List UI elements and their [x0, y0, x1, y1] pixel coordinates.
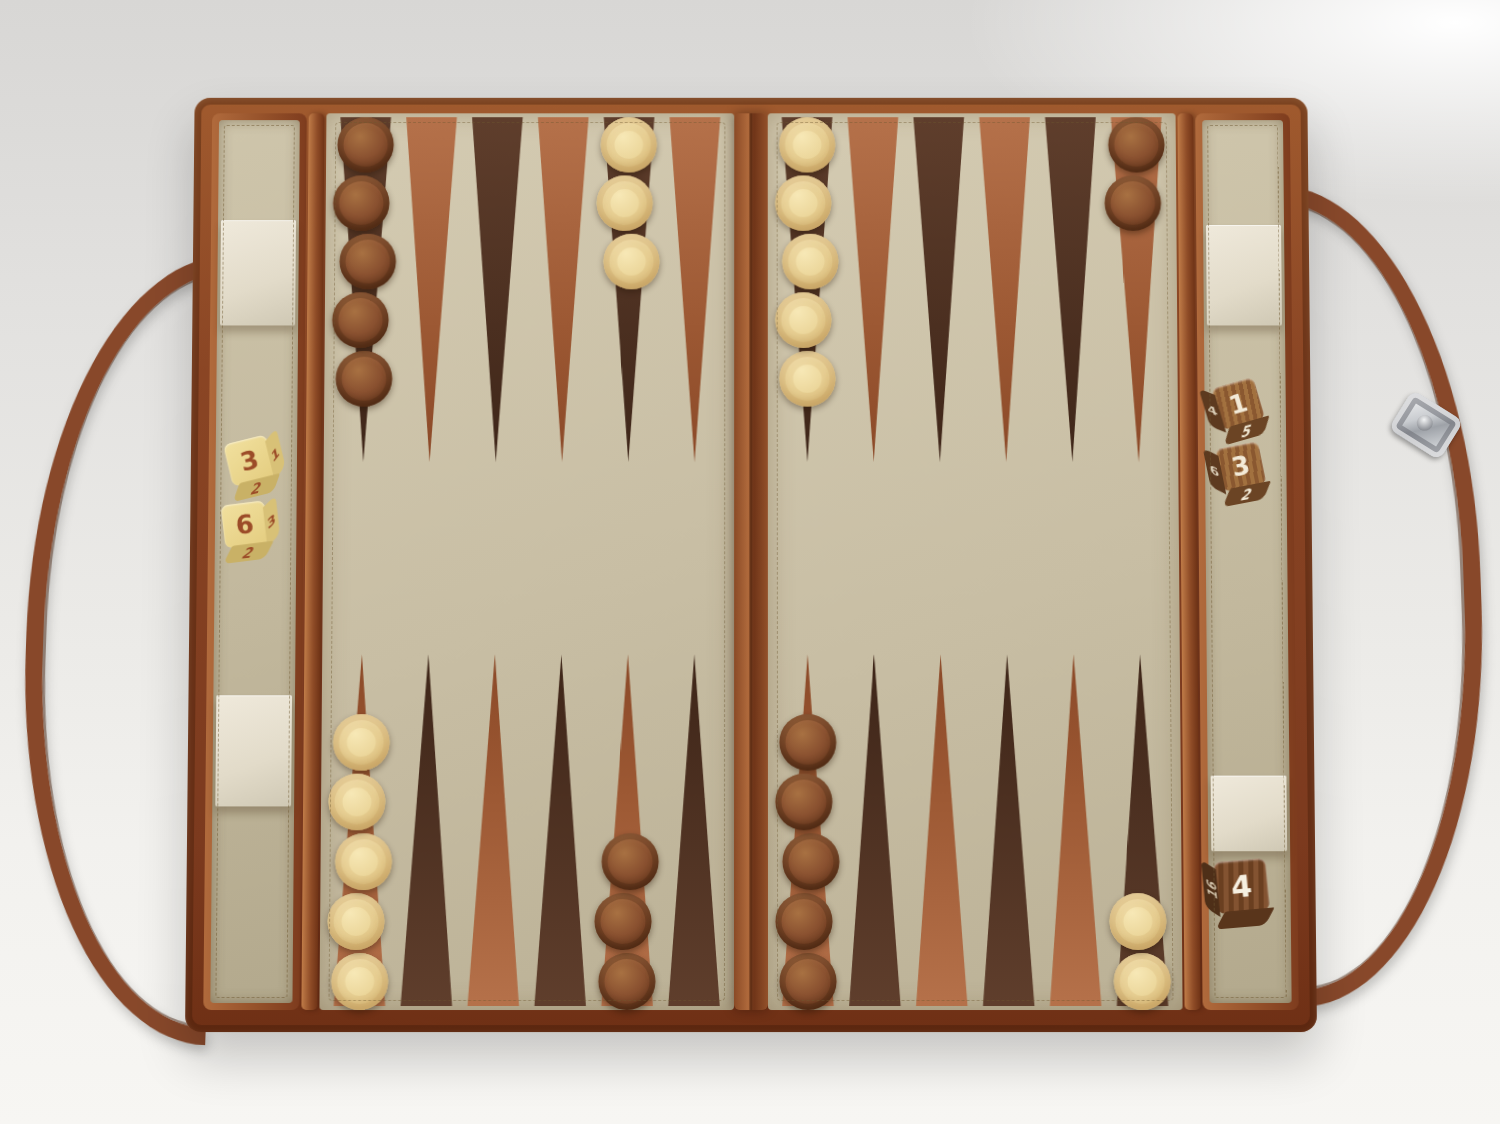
point-18[interactable] [665, 117, 724, 469]
point-9[interactable] [530, 647, 591, 1006]
point-17[interactable] [599, 117, 659, 469]
point-23-triangle-dark [1041, 117, 1102, 469]
point-10[interactable] [463, 647, 524, 1006]
point-2[interactable] [1044, 647, 1106, 1006]
point-15[interactable] [466, 117, 527, 469]
checker-stack-point-8 [599, 833, 656, 1010]
checker-dark[interactable] [333, 175, 390, 230]
checker-stack-point-24 [1108, 117, 1165, 231]
checker-dark[interactable] [602, 833, 659, 890]
checker-dark[interactable] [335, 351, 392, 407]
point-23[interactable] [1041, 117, 1102, 469]
point-2-triangle-tan [1044, 647, 1106, 1006]
checker-stack-point-6 [779, 714, 836, 1010]
checker-dark[interactable] [775, 893, 832, 950]
checker-dark[interactable] [595, 893, 652, 950]
checker-stack-point-1 [1113, 893, 1171, 1010]
quadrant-bottom-right [776, 647, 1175, 1006]
checker-light[interactable] [782, 234, 838, 290]
wood-die-1[interactable]: 1 4 5 [1211, 377, 1265, 430]
point-14-triangle-tan [400, 117, 461, 469]
point-21[interactable] [909, 117, 969, 469]
checker-stack-point-13 [335, 117, 393, 406]
point-10-triangle-tan [463, 647, 524, 1006]
case-interior: 3 1 2 6 3 2 [203, 113, 1298, 1010]
checker-light[interactable] [333, 714, 390, 771]
point-4[interactable] [911, 647, 972, 1006]
quadrant-top-left [332, 117, 727, 469]
checker-dark[interactable] [779, 953, 836, 1010]
point-20[interactable] [843, 117, 903, 469]
point-24[interactable] [1107, 117, 1169, 469]
field-middle-left [330, 469, 726, 647]
checker-light[interactable] [775, 292, 831, 348]
point-12[interactable] [329, 647, 391, 1006]
board-right-half [768, 113, 1183, 1010]
checker-dark[interactable] [779, 714, 836, 771]
checker-stack-point-17 [601, 117, 658, 289]
right-tray-channel: 1 4 5 3 6 2 4 16 [1202, 120, 1291, 1003]
checker-dark[interactable] [1105, 175, 1162, 230]
cream-die-1[interactable]: 3 1 2 [223, 434, 276, 486]
checker-dark[interactable] [775, 774, 832, 831]
checker-light[interactable] [1114, 953, 1171, 1010]
checker-stack-point-12 [331, 714, 390, 1010]
point-22-triangle-tan [975, 117, 1036, 469]
checker-light[interactable] [779, 351, 835, 407]
checker-light[interactable] [775, 175, 831, 230]
point-11-triangle-dark [396, 647, 458, 1006]
field-middle-right [776, 469, 1172, 647]
board-left-half [319, 113, 734, 1010]
tray-spacer-block [215, 695, 292, 806]
point-6[interactable] [778, 647, 838, 1006]
cube-value-face: 4 [1213, 858, 1270, 914]
checker-light[interactable] [335, 833, 392, 890]
doubling-cube[interactable]: 4 16 [1213, 858, 1270, 914]
point-14[interactable] [400, 117, 461, 469]
point-5[interactable] [844, 647, 905, 1006]
point-3[interactable] [977, 647, 1038, 1006]
point-7-triangle-dark [664, 647, 724, 1006]
backgammon-case: 3 1 2 6 3 2 [185, 98, 1317, 1032]
point-22[interactable] [975, 117, 1036, 469]
checker-dark[interactable] [339, 234, 396, 290]
point-16[interactable] [532, 117, 592, 469]
checker-dark[interactable] [1108, 117, 1165, 172]
checker-light[interactable] [597, 175, 653, 230]
checker-light[interactable] [1109, 893, 1166, 950]
point-11[interactable] [396, 647, 458, 1006]
point-3-triangle-dark [977, 647, 1038, 1006]
point-4-triangle-tan [911, 647, 972, 1006]
point-15-triangle-dark [466, 117, 527, 469]
left-tray-channel: 3 1 2 6 3 2 [210, 120, 299, 1003]
checker-light[interactable] [327, 893, 384, 950]
point-8[interactable] [597, 647, 658, 1006]
point-20-triangle-tan [843, 117, 903, 469]
point-13[interactable] [334, 117, 396, 469]
quadrant-bottom-left [327, 647, 726, 1006]
point-9-triangle-dark [530, 647, 591, 1006]
point-1[interactable] [1110, 647, 1172, 1006]
point-19[interactable] [778, 117, 837, 469]
center-bar-hinge [734, 113, 768, 1010]
table-surface: 3 1 2 6 3 2 [0, 0, 1500, 1124]
checker-dark[interactable] [332, 292, 389, 348]
checker-light[interactable] [331, 953, 388, 1010]
checker-dark[interactable] [782, 833, 839, 890]
quadrant-top-right [776, 117, 1171, 469]
cream-die-2[interactable]: 6 3 2 [221, 501, 269, 549]
checker-light[interactable] [601, 117, 657, 172]
checker-light[interactable] [328, 774, 385, 831]
point-16-triangle-tan [532, 117, 592, 469]
checker-dark[interactable] [337, 117, 394, 172]
right-tray: 1 4 5 3 6 2 4 16 [1195, 113, 1298, 1010]
checker-light[interactable] [779, 117, 835, 172]
checker-light[interactable] [603, 234, 659, 290]
wood-die-2[interactable]: 3 6 2 [1215, 441, 1266, 492]
checker-stack-point-19 [779, 117, 836, 406]
point-21-triangle-dark [909, 117, 969, 469]
point-5-triangle-dark [844, 647, 905, 1006]
tray-spacer-block [220, 220, 296, 325]
tray-spacer-block [1206, 225, 1282, 325]
point-18-triangle-tan [665, 117, 724, 469]
point-7[interactable] [664, 647, 724, 1006]
checker-dark[interactable] [599, 953, 656, 1010]
left-tray: 3 1 2 6 3 2 [203, 113, 306, 1010]
tray-spacer-block [1211, 775, 1288, 851]
